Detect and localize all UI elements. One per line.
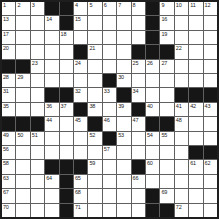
cell-r12c3[interactable] — [31, 160, 44, 173]
cell-r7c6[interactable]: 32 — [74, 88, 87, 101]
clue-number-33: 33 — [104, 88, 110, 94]
clue-number-66: 66 — [133, 175, 139, 181]
cell-r8c1[interactable]: 35 — [2, 103, 15, 116]
cell-r5c3[interactable]: 23 — [31, 60, 44, 73]
black-cell-r12c4 — [45, 160, 58, 173]
cell-r11c9[interactable] — [117, 146, 130, 159]
black-cell-r2c5 — [60, 16, 73, 29]
cell-r6c6[interactable] — [74, 74, 87, 87]
cell-r12c2[interactable] — [16, 160, 29, 173]
cell-r13c8[interactable] — [103, 175, 116, 188]
clue-number-7: 7 — [118, 2, 121, 8]
cell-r5c13[interactable] — [175, 60, 188, 73]
black-cell-r2c11 — [146, 16, 159, 29]
clue-number-39: 39 — [118, 103, 124, 109]
clue-number-48: 48 — [176, 117, 182, 123]
clue-number-58: 58 — [3, 160, 9, 166]
black-cell-r7c5 — [60, 88, 73, 101]
black-cell-r8c6 — [74, 103, 87, 116]
cell-r1c13[interactable]: 10 — [175, 2, 188, 15]
cell-r9c14[interactable] — [189, 117, 202, 130]
clue-number-12: 12 — [205, 2, 211, 8]
black-cell-r12c6 — [74, 160, 87, 173]
cell-r2c8[interactable] — [103, 16, 116, 29]
cell-r3c8[interactable] — [103, 31, 116, 44]
cell-r1c7[interactable]: 5 — [88, 2, 101, 15]
cell-r15c14[interactable] — [189, 204, 202, 217]
black-cell-r5c1 — [2, 60, 15, 73]
cell-r6c7[interactable] — [88, 74, 101, 87]
cell-r2c7[interactable] — [88, 16, 101, 29]
clue-number-28: 28 — [3, 74, 9, 80]
cell-r13c15[interactable] — [204, 175, 217, 188]
cell-r6c10[interactable] — [132, 74, 145, 87]
cell-r3c9[interactable] — [117, 31, 130, 44]
cell-r15c3[interactable] — [31, 204, 44, 217]
clue-number-59: 59 — [89, 160, 95, 166]
cell-r7c1[interactable]: 31 — [2, 88, 15, 101]
clue-number-65: 65 — [75, 175, 81, 181]
cell-r14c3[interactable] — [31, 189, 44, 202]
cell-r13c1[interactable]: 63 — [2, 175, 15, 188]
cell-r10c1[interactable]: 49 — [2, 132, 15, 145]
cell-r9c13[interactable]: 48 — [175, 117, 188, 130]
clue-number-45: 45 — [75, 117, 81, 123]
cell-r1c15[interactable]: 12 — [204, 2, 217, 15]
cell-r4c13[interactable]: 22 — [175, 45, 188, 58]
cell-r4c1[interactable]: 20 — [2, 45, 15, 58]
clue-number-2: 2 — [17, 2, 20, 8]
cell-r8c2[interactable] — [16, 103, 29, 116]
cell-r6c11[interactable] — [146, 74, 159, 87]
cell-r11c7[interactable] — [88, 146, 101, 159]
clue-number-18: 18 — [61, 31, 67, 37]
cell-r4c3[interactable] — [31, 45, 44, 58]
clue-number-32: 32 — [75, 88, 81, 94]
clue-number-37: 37 — [61, 103, 67, 109]
cell-r15c1[interactable]: 70 — [2, 204, 15, 217]
black-cell-r7c15 — [204, 88, 217, 101]
clue-number-25: 25 — [133, 60, 139, 66]
clue-number-6: 6 — [104, 2, 107, 8]
cell-r2c12[interactable]: 16 — [160, 16, 173, 29]
black-cell-r7c9 — [117, 88, 130, 101]
cell-r8c11[interactable]: 40 — [146, 103, 159, 116]
clue-number-71: 71 — [75, 204, 81, 210]
black-cell-r12c5 — [60, 160, 73, 173]
clue-number-34: 34 — [133, 88, 139, 94]
cell-r13c10[interactable]: 66 — [132, 175, 145, 188]
cell-r13c2[interactable] — [16, 175, 29, 188]
cell-r15c15[interactable] — [204, 204, 217, 217]
black-cell-r15c11 — [146, 204, 159, 217]
clue-number-43: 43 — [205, 103, 211, 109]
cell-r1c14[interactable]: 11 — [189, 2, 202, 15]
cell-r7c11[interactable] — [146, 88, 159, 101]
clue-number-42: 42 — [190, 103, 196, 109]
black-cell-r3c11 — [146, 31, 159, 44]
cell-r2c2[interactable] — [16, 16, 29, 29]
black-cell-r6c8 — [103, 74, 116, 87]
cell-r2c9[interactable] — [117, 16, 130, 29]
cell-r14c10[interactable] — [132, 189, 145, 202]
cell-r10c15[interactable] — [204, 132, 217, 145]
cell-r8c9[interactable]: 39 — [117, 103, 130, 116]
cell-r9c9[interactable] — [117, 117, 130, 130]
clue-number-72: 72 — [176, 204, 182, 210]
cell-r1c10[interactable]: 8 — [132, 2, 145, 15]
clue-number-68: 68 — [75, 189, 81, 195]
cell-r13c12[interactable] — [160, 175, 173, 188]
cell-r6c2[interactable]: 29 — [16, 74, 29, 87]
cell-r11c12[interactable] — [160, 146, 173, 159]
cell-r1c3[interactable]: 3 — [31, 2, 44, 15]
clue-number-4: 4 — [75, 2, 78, 8]
black-cell-r4c12 — [160, 45, 173, 58]
cell-r11c3[interactable] — [31, 146, 44, 159]
cell-r9c10[interactable]: 47 — [132, 117, 145, 130]
cell-r13c11[interactable] — [146, 175, 159, 188]
black-cell-r15c5 — [60, 204, 73, 217]
cell-r5c6[interactable]: 24 — [74, 60, 87, 73]
clue-number-35: 35 — [3, 103, 9, 109]
cell-r2c14[interactable] — [189, 16, 202, 29]
cell-r12c7[interactable]: 59 — [88, 160, 101, 173]
clue-number-27: 27 — [161, 60, 167, 66]
cell-r8c14[interactable]: 42 — [189, 103, 202, 116]
cell-r7c8[interactable]: 33 — [103, 88, 116, 101]
clue-number-19: 19 — [161, 31, 167, 37]
cell-r5c5[interactable] — [60, 60, 73, 73]
cell-r11c1[interactable]: 56 — [2, 146, 15, 159]
black-cell-r7c14 — [189, 88, 202, 101]
cell-r11c8[interactable]: 57 — [103, 146, 116, 159]
cell-r10c9[interactable]: 53 — [117, 132, 130, 145]
clue-number-61: 61 — [190, 160, 196, 166]
clue-number-56: 56 — [3, 146, 9, 152]
cell-r3c7[interactable] — [88, 31, 101, 44]
black-cell-r4c10 — [132, 45, 145, 58]
cell-r11c5[interactable] — [60, 146, 73, 159]
black-cell-r9c2 — [16, 117, 29, 130]
cell-r6c15[interactable] — [204, 74, 217, 87]
cell-r15c6[interactable]: 71 — [74, 204, 87, 217]
clue-number-31: 31 — [3, 88, 9, 94]
cell-r4c14[interactable] — [189, 45, 202, 58]
cell-r10c7[interactable]: 52 — [88, 132, 101, 145]
clue-number-62: 62 — [205, 160, 211, 166]
cell-r1c1[interactable]: 1 — [2, 2, 15, 15]
cell-r7c2[interactable] — [16, 88, 29, 101]
cell-r9c15[interactable] — [204, 117, 217, 130]
cell-r2c3[interactable] — [31, 16, 44, 29]
cell-r13c7[interactable] — [88, 175, 101, 188]
cell-r9c8[interactable]: 46 — [103, 117, 116, 130]
cell-r11c2[interactable] — [16, 146, 29, 159]
cell-r11c6[interactable] — [74, 146, 87, 159]
cell-r8c7[interactable]: 38 — [88, 103, 101, 116]
cell-r10c11[interactable]: 54 — [146, 132, 159, 145]
cell-r15c4[interactable] — [45, 204, 58, 217]
cell-r2c15[interactable] — [204, 16, 217, 29]
cell-r12c13[interactable] — [175, 160, 188, 173]
black-cell-r10c8 — [103, 132, 116, 145]
black-cell-r7c4 — [45, 88, 58, 101]
cell-r7c3[interactable] — [31, 88, 44, 101]
clue-number-60: 60 — [147, 160, 153, 166]
cell-r6c4[interactable] — [45, 74, 58, 87]
cell-r10c3[interactable]: 51 — [31, 132, 44, 145]
cell-r12c9[interactable] — [117, 160, 130, 173]
black-cell-r11c14 — [189, 146, 202, 159]
cell-r15c9[interactable] — [117, 204, 130, 217]
clue-number-41: 41 — [176, 103, 182, 109]
clue-number-70: 70 — [3, 204, 9, 210]
cell-r9c5[interactable] — [60, 117, 73, 130]
clue-number-50: 50 — [17, 132, 23, 138]
clue-number-44: 44 — [46, 117, 52, 123]
cell-r15c7[interactable] — [88, 204, 101, 217]
clue-number-20: 20 — [3, 45, 9, 51]
cell-r6c1[interactable]: 28 — [2, 74, 15, 87]
cell-r2c1[interactable]: 13 — [2, 16, 15, 29]
cell-r14c9[interactable] — [117, 189, 130, 202]
cell-r15c2[interactable] — [16, 204, 29, 217]
cell-r12c11[interactable]: 60 — [146, 160, 159, 173]
clue-number-11: 11 — [190, 2, 195, 8]
cell-r14c12[interactable]: 69 — [160, 189, 173, 202]
clue-number-1: 1 — [3, 2, 6, 8]
cell-r10c5[interactable] — [60, 132, 73, 145]
cell-r4c4[interactable] — [45, 45, 58, 58]
clue-number-29: 29 — [17, 74, 23, 80]
cell-r1c9[interactable]: 7 — [117, 2, 130, 15]
cell-r8c15[interactable]: 43 — [204, 103, 217, 116]
cell-r2c4[interactable]: 14 — [45, 16, 58, 29]
cell-r9c4[interactable]: 44 — [45, 117, 58, 130]
clue-number-38: 38 — [89, 103, 95, 109]
clue-number-69: 69 — [161, 189, 167, 195]
clue-number-53: 53 — [118, 132, 124, 138]
clue-number-10: 10 — [176, 2, 182, 8]
cell-r1c12[interactable]: 9 — [160, 2, 173, 15]
cell-r5c4[interactable] — [45, 60, 58, 73]
clue-number-21: 21 — [89, 45, 95, 51]
clue-number-46: 46 — [104, 117, 110, 123]
cell-r12c14[interactable]: 61 — [189, 160, 202, 173]
clue-number-55: 55 — [161, 132, 167, 138]
cell-r3c1[interactable]: 17 — [2, 31, 15, 44]
cell-r14c2[interactable] — [16, 189, 29, 202]
clue-number-26: 26 — [147, 60, 153, 66]
black-cell-r8c10 — [132, 103, 145, 116]
cell-r2c10[interactable] — [132, 16, 145, 29]
cell-r5c9[interactable] — [117, 60, 130, 73]
cell-r11c10[interactable] — [132, 146, 145, 159]
black-cell-r9c7 — [88, 117, 101, 130]
black-cell-r12c10 — [132, 160, 145, 173]
cell-r13c13[interactable] — [175, 175, 188, 188]
clue-number-57: 57 — [104, 146, 110, 152]
cell-r14c15[interactable] — [204, 189, 217, 202]
cell-r12c12[interactable] — [160, 160, 173, 173]
cell-r13c6[interactable]: 65 — [74, 175, 87, 188]
black-cell-r9c12 — [160, 117, 173, 130]
cell-r4c9[interactable] — [117, 45, 130, 58]
clue-number-36: 36 — [46, 103, 52, 109]
cell-r7c12[interactable] — [160, 88, 173, 101]
clue-number-52: 52 — [89, 132, 95, 138]
cell-r14c13[interactable] — [175, 189, 188, 202]
cell-r10c6[interactable] — [74, 132, 87, 145]
clue-number-30: 30 — [118, 74, 124, 80]
cell-r4c8[interactable] — [103, 45, 116, 58]
clue-number-54: 54 — [147, 132, 153, 138]
cell-r5c11[interactable]: 26 — [146, 60, 159, 73]
cell-r14c7[interactable] — [88, 189, 101, 202]
cell-r8c3[interactable] — [31, 103, 44, 116]
cell-r8c13[interactable]: 41 — [175, 103, 188, 116]
cell-r3c13[interactable] — [175, 31, 188, 44]
cell-r3c4[interactable] — [45, 31, 58, 44]
cell-r5c10[interactable]: 25 — [132, 60, 145, 73]
black-cell-r7c13 — [175, 88, 188, 101]
clue-number-5: 5 — [89, 2, 92, 8]
cell-r6c5[interactable] — [60, 74, 73, 87]
black-cell-r13c5 — [60, 175, 73, 188]
cell-r8c8[interactable] — [103, 103, 116, 116]
cell-r6c12[interactable] — [160, 74, 173, 87]
clue-number-16: 16 — [161, 16, 167, 22]
cell-r14c1[interactable]: 67 — [2, 189, 15, 202]
cell-r11c11[interactable] — [146, 146, 159, 159]
cell-r13c14[interactable] — [189, 175, 202, 188]
clue-number-13: 13 — [3, 16, 9, 22]
cell-r10c10[interactable] — [132, 132, 145, 145]
cell-r10c4[interactable] — [45, 132, 58, 145]
cell-r7c7[interactable] — [88, 88, 101, 101]
black-cell-r1c5 — [60, 2, 73, 15]
cell-r13c3[interactable] — [31, 175, 44, 188]
black-cell-r4c11 — [146, 45, 159, 58]
black-cell-r9c1 — [2, 117, 15, 130]
cell-r14c14[interactable] — [189, 189, 202, 202]
cell-r5c7[interactable] — [88, 60, 101, 73]
black-cell-r4c6 — [74, 45, 87, 58]
cell-r7c10[interactable]: 34 — [132, 88, 145, 101]
cell-r1c6[interactable]: 4 — [74, 2, 87, 15]
clue-number-23: 23 — [32, 60, 38, 66]
cell-r8c5[interactable]: 37 — [60, 103, 73, 116]
black-cell-r5c2 — [16, 60, 29, 73]
cell-r11c13[interactable] — [175, 146, 188, 159]
cell-r3c6[interactable] — [74, 31, 87, 44]
clue-number-8: 8 — [133, 2, 136, 8]
cell-r13c9[interactable] — [117, 175, 130, 188]
cell-r10c12[interactable]: 55 — [160, 132, 173, 145]
cell-r5c15[interactable] — [204, 60, 217, 73]
clue-number-51: 51 — [32, 132, 38, 138]
cell-r8c4[interactable]: 36 — [45, 103, 58, 116]
cell-r5c12[interactable]: 27 — [160, 60, 173, 73]
cell-r5c8[interactable] — [103, 60, 116, 73]
clue-number-49: 49 — [3, 132, 9, 138]
cell-r10c14[interactable] — [189, 132, 202, 145]
clue-number-67: 67 — [3, 189, 9, 195]
cell-r6c9[interactable]: 30 — [117, 74, 130, 87]
cell-r12c15[interactable]: 62 — [204, 160, 217, 173]
cell-r12c8[interactable] — [103, 160, 116, 173]
black-cell-r1c11 — [146, 2, 159, 15]
black-cell-r9c11 — [146, 117, 159, 130]
clue-number-14: 14 — [46, 16, 52, 22]
cell-r3c10[interactable] — [132, 31, 145, 44]
cell-r3c2[interactable] — [16, 31, 29, 44]
cell-r2c13[interactable] — [175, 16, 188, 29]
clue-number-3: 3 — [32, 2, 35, 8]
cell-r12c1[interactable]: 58 — [2, 160, 15, 173]
cell-r15c8[interactable] — [103, 204, 116, 217]
cell-r10c13[interactable] — [175, 132, 188, 145]
cell-r15c10[interactable] — [132, 204, 145, 217]
black-cell-r14c11 — [146, 189, 159, 202]
cell-r6c3[interactable] — [31, 74, 44, 87]
cell-r4c5[interactable] — [60, 45, 73, 58]
clue-number-15: 15 — [75, 16, 81, 22]
cell-r13c4[interactable]: 64 — [45, 175, 58, 188]
cell-r6c14[interactable] — [189, 74, 202, 87]
crossword-grid: 1234567891011121314151617181920212223242… — [0, 0, 219, 219]
cell-r2c6[interactable]: 15 — [74, 16, 87, 29]
black-cell-r15c12 — [160, 204, 173, 217]
cell-r10c2[interactable]: 50 — [16, 132, 29, 145]
clue-number-17: 17 — [3, 31, 9, 37]
cell-r3c3[interactable] — [31, 31, 44, 44]
black-cell-r9c3 — [31, 117, 44, 130]
clue-number-24: 24 — [75, 60, 81, 66]
cell-r3c15[interactable] — [204, 31, 217, 44]
cell-r1c8[interactable]: 6 — [103, 2, 116, 15]
cell-r8c12[interactable] — [160, 103, 173, 116]
cell-r14c6[interactable]: 68 — [74, 189, 87, 202]
cell-r4c7[interactable]: 21 — [88, 45, 101, 58]
clue-number-40: 40 — [147, 103, 153, 109]
clue-number-22: 22 — [176, 45, 182, 51]
cell-r3c5[interactable]: 18 — [60, 31, 73, 44]
cell-r3c14[interactable] — [189, 31, 202, 44]
black-cell-r1c4 — [45, 2, 58, 15]
clue-number-47: 47 — [133, 117, 139, 123]
black-cell-r14c5 — [60, 189, 73, 202]
cell-r3c12[interactable]: 19 — [160, 31, 173, 44]
cell-r4c2[interactable] — [16, 45, 29, 58]
clue-number-64: 64 — [46, 175, 52, 181]
cell-r4c15[interactable] — [204, 45, 217, 58]
cell-r11c4[interactable] — [45, 146, 58, 159]
cell-r15c13[interactable]: 72 — [175, 204, 188, 217]
clue-number-9: 9 — [161, 2, 164, 8]
black-cell-r11c15 — [204, 146, 217, 159]
cell-r5c14[interactable] — [189, 60, 202, 73]
cell-r14c8[interactable] — [103, 189, 116, 202]
cell-r1c2[interactable]: 2 — [16, 2, 29, 15]
clue-number-63: 63 — [3, 175, 9, 181]
cell-r14c4[interactable] — [45, 189, 58, 202]
cell-r9c6[interactable]: 45 — [74, 117, 87, 130]
cell-r6c13[interactable] — [175, 74, 188, 87]
